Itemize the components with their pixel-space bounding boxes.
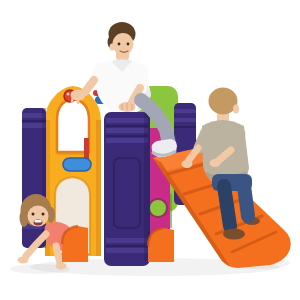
girl-right-hand — [56, 263, 67, 270]
boy-top-ear — [110, 44, 115, 51]
column-ridge — [106, 128, 148, 133]
boy-climb-right-leg — [244, 186, 248, 216]
girl-eye — [42, 213, 45, 216]
column-ridge — [174, 109, 196, 113]
column-groove — [106, 125, 148, 127]
column-ridge — [106, 238, 148, 243]
playset-photo-illustration — [0, 0, 300, 300]
column-groove — [106, 135, 148, 137]
column-ridge — [106, 118, 148, 123]
boy-climb-cheek — [233, 105, 239, 114]
girl-eye — [32, 213, 35, 216]
girl-left-hand — [18, 257, 29, 264]
girl-right-arm — [56, 246, 60, 263]
center-purple-column — [104, 102, 150, 266]
blue-grab-handle — [63, 158, 91, 171]
girl-hair-lock — [20, 209, 29, 227]
boy-top-eye — [118, 43, 121, 46]
boy-climb-near-shoe — [223, 229, 245, 240]
red-knob-highlight — [67, 93, 70, 96]
column-ridge — [106, 248, 148, 253]
column-groove — [106, 245, 148, 247]
tower-right-shade — [96, 120, 101, 256]
column-ridge — [106, 138, 148, 143]
boy-top-eye — [127, 43, 130, 46]
boy-climb-hair — [209, 88, 238, 115]
girl-teeth — [35, 220, 42, 223]
left-purple-column — [22, 108, 46, 248]
boy-climb-left-hand — [182, 160, 193, 168]
boy-climb-right-hand — [210, 159, 221, 167]
column-groove — [174, 126, 196, 128]
column-ridge — [174, 118, 196, 122]
product-photo-canvas — [0, 0, 300, 300]
boy-climb-left-leg — [224, 186, 230, 226]
